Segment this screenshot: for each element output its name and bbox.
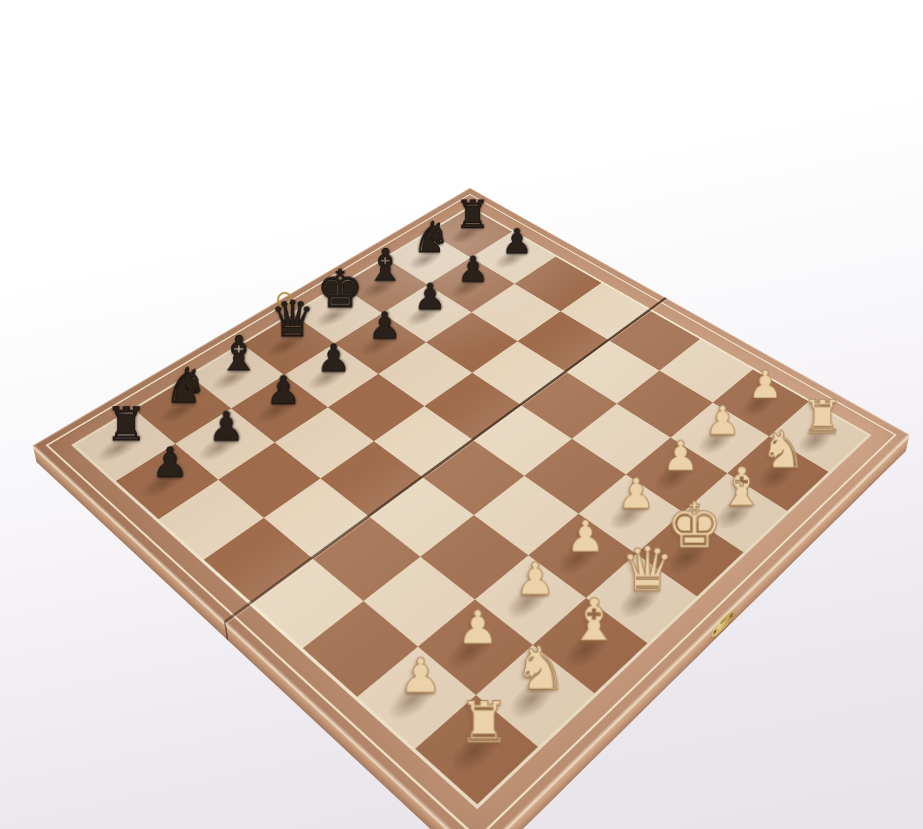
folding-chess-board: ♜♞♝♛♚♝♞♜♟♟♟♟♟♟♟♟♟♟♟♟♟♟♟♟♜♞♝♛♚♝♞♜ [33,188,910,829]
pawn-glyph: ♟ [235,371,333,410]
pieces-layer: ♜♞♝♛♚♝♞♜♟♟♟♟♟♟♟♟♟♟♟♟♟♟♟♟♜♞♝♛♚♝♞♜ [33,188,910,829]
rook-glyph: ♜ [422,694,546,751]
clasp-screw [713,629,716,635]
pawn-glyph: ♟ [118,442,221,483]
perspective-stage: ♜♞♝♛♚♝♞♜♟♟♟♟♟♟♟♟♟♟♟♟♟♟♟♟♜♞♝♛♚♝♞♜ [0,0,923,829]
clasp-screw [730,613,733,619]
product-photo-scene: ♜♞♝♛♚♝♞♜♟♟♟♟♟♟♟♟♟♟♟♟♟♟♟♟♜♞♝♛♚♝♞♜ [0,0,923,829]
pawn-glyph: ♟ [176,406,277,446]
